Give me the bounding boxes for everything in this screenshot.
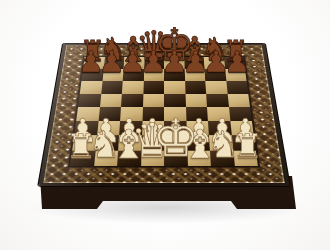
square-e2 xyxy=(164,135,187,150)
square-a4 xyxy=(76,107,99,121)
square-e1 xyxy=(164,150,187,166)
square-c2 xyxy=(118,135,141,150)
square-g8 xyxy=(204,57,225,69)
square-f8 xyxy=(184,57,205,69)
square-e3 xyxy=(164,121,186,135)
square-h3 xyxy=(230,121,254,135)
square-g6 xyxy=(205,81,227,94)
square-e4 xyxy=(164,107,186,121)
square-g5 xyxy=(206,94,228,107)
square-d1 xyxy=(141,150,164,166)
square-f1 xyxy=(187,150,211,166)
square-g7 xyxy=(204,69,225,81)
square-e6 xyxy=(164,81,185,94)
square-c7 xyxy=(123,69,144,81)
square-b2 xyxy=(95,135,119,150)
square-a8 xyxy=(83,57,104,69)
square-b3 xyxy=(97,121,120,135)
square-b8 xyxy=(103,57,124,69)
square-b4 xyxy=(98,107,121,121)
square-e5 xyxy=(164,94,186,107)
square-a5 xyxy=(78,94,101,107)
square-d6 xyxy=(143,81,164,94)
square-a3 xyxy=(74,121,98,135)
square-f2 xyxy=(186,135,209,150)
square-e8 xyxy=(164,57,184,69)
square-c1 xyxy=(117,150,141,166)
square-c5 xyxy=(121,94,143,107)
square-b7 xyxy=(102,69,123,81)
square-d2 xyxy=(141,135,164,150)
square-h4 xyxy=(229,107,252,121)
square-c6 xyxy=(122,81,143,94)
square-g2 xyxy=(209,135,233,150)
square-d8 xyxy=(144,57,164,69)
square-e7 xyxy=(164,69,185,81)
square-d3 xyxy=(142,121,164,135)
square-h2 xyxy=(231,135,255,150)
square-f6 xyxy=(185,81,206,94)
square-d7 xyxy=(143,69,164,81)
square-f3 xyxy=(186,121,209,135)
square-c8 xyxy=(124,57,145,69)
chess-box-lid xyxy=(38,43,289,186)
square-c4 xyxy=(120,107,142,121)
square-a2 xyxy=(72,135,96,150)
square-a7 xyxy=(81,69,103,81)
photo-canvas: ♜♞♝♛♚♝♞♜♟♟♟♟♟♟♟♟♟♟♟♟♟♟♟♟♜♞♝♛♚♝♞♜ xyxy=(0,0,330,250)
square-h5 xyxy=(227,94,250,107)
square-a1 xyxy=(70,150,95,166)
square-h6 xyxy=(226,81,248,94)
square-h7 xyxy=(225,69,247,81)
square-h8 xyxy=(224,57,245,69)
square-h1 xyxy=(233,150,258,166)
square-g1 xyxy=(210,150,235,166)
square-g3 xyxy=(208,121,231,135)
square-d5 xyxy=(143,94,165,107)
square-f5 xyxy=(185,94,207,107)
square-f4 xyxy=(186,107,208,121)
square-b6 xyxy=(101,81,123,94)
square-b5 xyxy=(100,94,122,107)
chess-board xyxy=(68,56,260,168)
square-g4 xyxy=(207,107,230,121)
square-d4 xyxy=(142,107,164,121)
square-c3 xyxy=(119,121,142,135)
square-f7 xyxy=(184,69,205,81)
square-b1 xyxy=(94,150,119,166)
square-a6 xyxy=(80,81,102,94)
